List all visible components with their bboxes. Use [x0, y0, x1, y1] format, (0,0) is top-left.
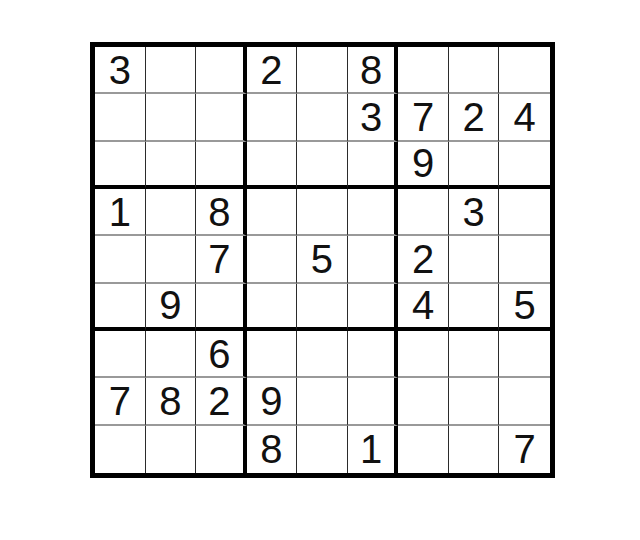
cell-r2c2-empty[interactable] — [146, 94, 197, 141]
cell-r2c8-given-2[interactable]: 2 — [449, 94, 500, 141]
cell-r8c3-given-2[interactable]: 2 — [196, 378, 247, 425]
cell-r6c2-given-9[interactable]: 9 — [146, 284, 197, 331]
cell-r4c8-given-3[interactable]: 3 — [449, 189, 500, 236]
cell-r5c4-empty[interactable] — [247, 236, 298, 283]
cell-r8c9-empty[interactable] — [499, 378, 550, 425]
cell-r7c1-empty[interactable] — [95, 331, 146, 378]
cell-r9c7-empty[interactable] — [398, 426, 449, 473]
cell-r8c5-empty[interactable] — [297, 378, 348, 425]
cell-r2c9-given-4[interactable]: 4 — [499, 94, 550, 141]
cell-r6c1-empty[interactable] — [95, 284, 146, 331]
cell-r4c5-empty[interactable] — [297, 189, 348, 236]
cell-r9c5-empty[interactable] — [297, 426, 348, 473]
cell-r8c7-empty[interactable] — [398, 378, 449, 425]
cell-r2c7-given-7[interactable]: 7 — [398, 94, 449, 141]
cell-r9c2-empty[interactable] — [146, 426, 197, 473]
cell-r1c1-given-3[interactable]: 3 — [95, 47, 146, 94]
cell-r3c4-empty[interactable] — [247, 142, 298, 189]
cell-r7c3-given-6[interactable]: 6 — [196, 331, 247, 378]
cell-r2c1-empty[interactable] — [95, 94, 146, 141]
cell-r9c8-empty[interactable] — [449, 426, 500, 473]
cell-r2c5-empty[interactable] — [297, 94, 348, 141]
cell-r3c2-empty[interactable] — [146, 142, 197, 189]
cell-r1c2-empty[interactable] — [146, 47, 197, 94]
cell-r6c7-given-4[interactable]: 4 — [398, 284, 449, 331]
cell-r1c3-empty[interactable] — [196, 47, 247, 94]
cell-r8c2-given-8[interactable]: 8 — [146, 378, 197, 425]
cell-r2c3-empty[interactable] — [196, 94, 247, 141]
cell-r6c3-empty[interactable] — [196, 284, 247, 331]
cell-r3c8-empty[interactable] — [449, 142, 500, 189]
cell-r4c3-given-8[interactable]: 8 — [196, 189, 247, 236]
cell-r3c1-empty[interactable] — [95, 142, 146, 189]
cell-r6c8-empty[interactable] — [449, 284, 500, 331]
cell-r1c4-given-2[interactable]: 2 — [247, 47, 298, 94]
cell-r8c4-given-9[interactable]: 9 — [247, 378, 298, 425]
cell-r7c4-empty[interactable] — [247, 331, 298, 378]
cell-r3c7-given-9[interactable]: 9 — [398, 142, 449, 189]
cell-r9c1-empty[interactable] — [95, 426, 146, 473]
cell-r4c7-empty[interactable] — [398, 189, 449, 236]
cell-r1c8-empty[interactable] — [449, 47, 500, 94]
cell-r5c7-given-2[interactable]: 2 — [398, 236, 449, 283]
cell-r2c6-given-3[interactable]: 3 — [348, 94, 399, 141]
cell-r1c5-empty[interactable] — [297, 47, 348, 94]
cell-r4c1-given-1[interactable]: 1 — [95, 189, 146, 236]
cell-r3c6-empty[interactable] — [348, 142, 399, 189]
cell-r5c8-empty[interactable] — [449, 236, 500, 283]
cell-r7c2-empty[interactable] — [146, 331, 197, 378]
cell-r5c2-empty[interactable] — [146, 236, 197, 283]
cell-r1c7-empty[interactable] — [398, 47, 449, 94]
cell-r7c5-empty[interactable] — [297, 331, 348, 378]
cell-r3c3-empty[interactable] — [196, 142, 247, 189]
cell-r3c5-empty[interactable] — [297, 142, 348, 189]
cell-r4c6-empty[interactable] — [348, 189, 399, 236]
cell-r5c3-given-7[interactable]: 7 — [196, 236, 247, 283]
cell-r8c6-empty[interactable] — [348, 378, 399, 425]
cell-r4c2-empty[interactable] — [146, 189, 197, 236]
cell-r4c4-empty[interactable] — [247, 189, 298, 236]
cell-r9c9-given-7[interactable]: 7 — [499, 426, 550, 473]
cell-r5c1-empty[interactable] — [95, 236, 146, 283]
cell-r7c9-empty[interactable] — [499, 331, 550, 378]
cell-r6c4-empty[interactable] — [247, 284, 298, 331]
cell-r8c8-empty[interactable] — [449, 378, 500, 425]
cell-r9c6-given-1[interactable]: 1 — [348, 426, 399, 473]
cell-r9c4-given-8[interactable]: 8 — [247, 426, 298, 473]
cell-r8c1-given-7[interactable]: 7 — [95, 378, 146, 425]
cell-r3c9-empty[interactable] — [499, 142, 550, 189]
cell-r9c3-empty[interactable] — [196, 426, 247, 473]
cell-r6c9-given-5[interactable]: 5 — [499, 284, 550, 331]
cell-r7c7-empty[interactable] — [398, 331, 449, 378]
cell-r4c9-empty[interactable] — [499, 189, 550, 236]
cell-r1c6-given-8[interactable]: 8 — [348, 47, 399, 94]
cell-r7c6-empty[interactable] — [348, 331, 399, 378]
cell-r2c4-empty[interactable] — [247, 94, 298, 141]
cell-r1c9-empty[interactable] — [499, 47, 550, 94]
cell-r6c5-empty[interactable] — [297, 284, 348, 331]
cell-r5c6-empty[interactable] — [348, 236, 399, 283]
cell-r6c6-empty[interactable] — [348, 284, 399, 331]
cell-r5c9-empty[interactable] — [499, 236, 550, 283]
cell-r5c5-given-5[interactable]: 5 — [297, 236, 348, 283]
sudoku-board: 3283724918375294567829817 — [90, 42, 555, 478]
cell-r7c8-empty[interactable] — [449, 331, 500, 378]
